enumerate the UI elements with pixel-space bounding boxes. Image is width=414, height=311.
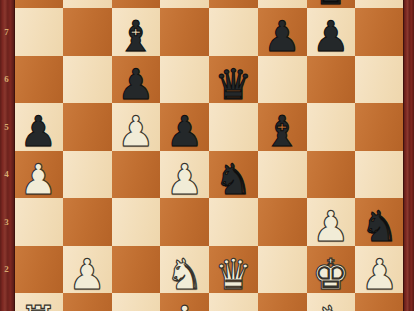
square-a3[interactable]: [14, 198, 63, 246]
black-pawn-g7[interactable]: ♟: [307, 13, 356, 61]
square-e8[interactable]: [209, 0, 258, 8]
square-h4[interactable]: [355, 151, 404, 199]
square-e7[interactable]: [209, 8, 258, 56]
square-g4[interactable]: [307, 151, 356, 199]
square-c3[interactable]: [112, 198, 161, 246]
square-h8[interactable]: [355, 0, 404, 8]
black-bishop-c7[interactable]: ♝: [112, 13, 161, 61]
black-queen-e6[interactable]: ♛: [209, 61, 258, 109]
square-e3[interactable]: [209, 198, 258, 246]
chess-board: ♚♝♟♟♟♛♟♟♟♝♟♟♞♟♞♟♞♛♚♟♜♝♞: [14, 0, 404, 311]
square-f6[interactable]: [258, 56, 307, 104]
square-a2[interactable]: [14, 246, 63, 294]
square-d7[interactable]: [160, 8, 209, 56]
white-pawn-d4[interactable]: ♟: [160, 156, 209, 204]
black-pawn-c6[interactable]: ♟: [112, 61, 161, 109]
white-king-g2[interactable]: ♚: [307, 251, 356, 299]
square-c1[interactable]: [112, 293, 161, 311]
square-c2[interactable]: [112, 246, 161, 294]
rank-label-2: 2: [0, 264, 13, 274]
rank-label-7: 7: [0, 27, 13, 37]
square-a8[interactable]: [14, 0, 63, 8]
square-f1[interactable]: [258, 293, 307, 311]
square-g6[interactable]: [307, 56, 356, 104]
black-knight-h3[interactable]: ♞: [355, 203, 404, 251]
square-c4[interactable]: [112, 151, 161, 199]
square-b6[interactable]: [63, 56, 112, 104]
square-b3[interactable]: [63, 198, 112, 246]
black-pawn-f7[interactable]: ♟: [258, 13, 307, 61]
white-pawn-c5[interactable]: ♟: [112, 108, 161, 156]
black-knight-e4[interactable]: ♞: [209, 156, 258, 204]
square-e5[interactable]: [209, 103, 258, 151]
square-d3[interactable]: [160, 198, 209, 246]
square-f8[interactable]: [258, 0, 307, 8]
board-border-left: 765432: [0, 0, 15, 311]
rank-label-3: 3: [0, 217, 13, 227]
white-pawn-b2[interactable]: ♟: [63, 251, 112, 299]
rank-label-6: 6: [0, 74, 13, 84]
square-a7[interactable]: [14, 8, 63, 56]
square-f3[interactable]: [258, 198, 307, 246]
black-bishop-f5[interactable]: ♝: [258, 108, 307, 156]
square-h6[interactable]: [355, 56, 404, 104]
black-pawn-a5[interactable]: ♟: [14, 108, 63, 156]
square-d8[interactable]: [160, 0, 209, 8]
white-queen-e2[interactable]: ♛: [209, 251, 258, 299]
rank-label-5: 5: [0, 122, 13, 132]
square-a6[interactable]: [14, 56, 63, 104]
square-h7[interactable]: [355, 8, 404, 56]
square-h5[interactable]: [355, 103, 404, 151]
black-pawn-d5[interactable]: ♟: [160, 108, 209, 156]
board-border-right: [403, 0, 414, 311]
white-knight-d2[interactable]: ♞: [160, 251, 209, 299]
white-knight-g1[interactable]: ♞: [307, 298, 356, 311]
white-bishop-d1[interactable]: ♝: [160, 298, 209, 311]
white-pawn-a4[interactable]: ♟: [14, 156, 63, 204]
square-c8[interactable]: [112, 0, 161, 8]
square-g5[interactable]: [307, 103, 356, 151]
white-pawn-h2[interactable]: ♟: [355, 251, 404, 299]
square-f4[interactable]: [258, 151, 307, 199]
square-b4[interactable]: [63, 151, 112, 199]
square-b7[interactable]: [63, 8, 112, 56]
square-b8[interactable]: [63, 0, 112, 8]
square-d6[interactable]: [160, 56, 209, 104]
rank-label-4: 4: [0, 169, 13, 179]
square-b5[interactable]: [63, 103, 112, 151]
white-pawn-g3[interactable]: ♟: [307, 203, 356, 251]
chess-board-screenshot: ♚♝♟♟♟♛♟♟♟♝♟♟♞♟♞♟♞♛♚♟♜♝♞ 765432: [0, 0, 414, 311]
square-f2[interactable]: [258, 246, 307, 294]
white-rook-a1[interactable]: ♜: [14, 298, 63, 311]
